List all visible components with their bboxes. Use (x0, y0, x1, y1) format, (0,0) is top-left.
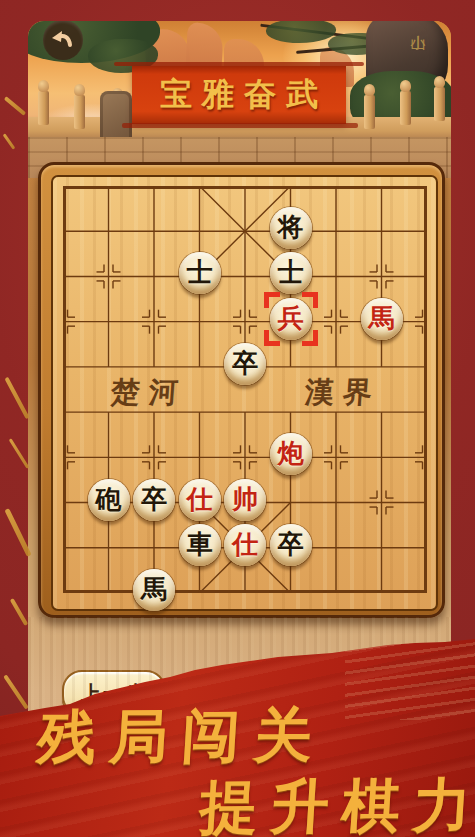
ribbon-text-1: 残局闯关 (36, 697, 329, 778)
piece-character: 馬 (141, 577, 167, 603)
piece-character: 仕 (232, 532, 258, 558)
board-piece[interactable]: 士 (270, 252, 312, 294)
piece-character: 車 (187, 532, 213, 558)
piece-character: 炮 (278, 441, 304, 467)
board-surface: 楚河 漢界 将士士兵馬卒炮砲卒仕帅車仕卒馬 (51, 175, 438, 611)
board-piece[interactable]: 兵 (270, 298, 312, 340)
piece-character: 帅 (232, 487, 258, 513)
back-button[interactable] (43, 21, 83, 60)
app-screen: 山小 宝雅奋武 (0, 0, 475, 837)
piece-character: 将 (278, 215, 304, 241)
piece-character: 卒 (278, 532, 304, 558)
board-piece[interactable]: 馬 (133, 569, 175, 611)
board-piece[interactable]: 仕 (179, 479, 221, 521)
board-piece[interactable]: 士 (179, 252, 221, 294)
board-piece[interactable]: 卒 (224, 343, 266, 385)
title-banner: 宝雅奋武 (132, 66, 346, 124)
board-piece[interactable]: 卒 (270, 524, 312, 566)
board-piece[interactable]: 車 (179, 524, 221, 566)
gold-splatter (10, 598, 28, 626)
piece-character: 卒 (232, 351, 258, 377)
railing-post (400, 91, 411, 125)
piece-character: 兵 (278, 306, 304, 332)
header-image: 山小 宝雅奋武 (28, 21, 451, 178)
pieces-layer: 将士士兵馬卒炮砲卒仕帅車仕卒馬 (53, 177, 436, 609)
railing-post (38, 91, 49, 125)
railing-post (434, 87, 445, 121)
board-piece[interactable]: 馬 (361, 298, 403, 340)
piece-character: 砲 (96, 487, 122, 513)
piece-character: 馬 (369, 306, 395, 332)
board-piece[interactable]: 仕 (224, 524, 266, 566)
xiangqi-board: 楚河 漢界 将士士兵馬卒炮砲卒仕帅車仕卒馬 (38, 162, 445, 618)
board-piece[interactable]: 炮 (270, 433, 312, 475)
gold-splatter (4, 96, 26, 116)
board-piece[interactable]: 卒 (133, 479, 175, 521)
gold-splatter (4, 377, 29, 419)
board-piece[interactable]: 砲 (88, 479, 130, 521)
piece-character: 士 (278, 260, 304, 286)
board-piece[interactable]: 将 (270, 207, 312, 249)
gold-splatter (3, 133, 16, 149)
gold-splatter (9, 438, 30, 468)
back-arrow-icon (50, 28, 76, 52)
ribbon-text-2: 提升棋力 (198, 767, 475, 837)
board-piece[interactable]: 帅 (224, 479, 266, 521)
railing-post (74, 95, 85, 129)
piece-character: 士 (187, 260, 213, 286)
railing-post (364, 95, 375, 129)
piece-character: 仕 (187, 487, 213, 513)
gold-splatter (3, 674, 29, 709)
page-title: 宝雅奋武 (150, 73, 328, 117)
piece-character: 卒 (141, 487, 167, 513)
stone-stele (100, 91, 132, 143)
